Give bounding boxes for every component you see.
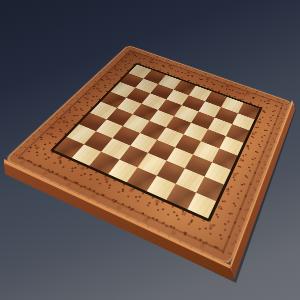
scene xyxy=(0,0,300,300)
